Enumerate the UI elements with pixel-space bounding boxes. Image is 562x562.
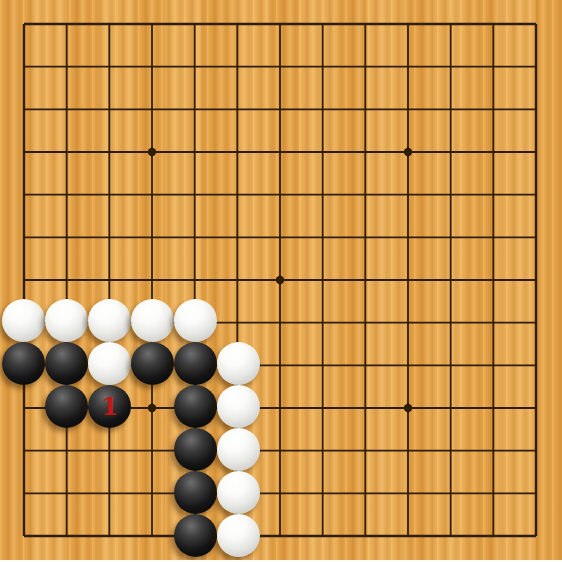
intersection[interactable] bbox=[303, 87, 345, 129]
intersection[interactable] bbox=[515, 214, 557, 256]
intersection[interactable] bbox=[217, 129, 260, 171]
intersection[interactable] bbox=[2, 299, 45, 342]
intersection[interactable] bbox=[345, 45, 387, 87]
intersection[interactable] bbox=[2, 45, 45, 87]
intersection[interactable] bbox=[260, 214, 302, 256]
intersection[interactable] bbox=[430, 129, 472, 171]
intersection[interactable] bbox=[472, 428, 514, 471]
intersection[interactable] bbox=[88, 471, 131, 514]
intersection[interactable] bbox=[345, 87, 387, 129]
intersection[interactable] bbox=[45, 471, 88, 514]
move-number-label: 1 bbox=[88, 385, 131, 428]
intersection[interactable] bbox=[515, 172, 557, 214]
intersection[interactable] bbox=[88, 299, 131, 342]
intersection[interactable] bbox=[260, 129, 302, 171]
intersection[interactable] bbox=[472, 257, 514, 299]
intersection[interactable] bbox=[387, 45, 429, 87]
intersection[interactable] bbox=[2, 214, 45, 256]
intersection[interactable] bbox=[303, 299, 345, 342]
intersection[interactable] bbox=[45, 2, 88, 44]
white-stone bbox=[88, 299, 131, 342]
intersection[interactable] bbox=[387, 214, 429, 256]
intersection[interactable] bbox=[472, 514, 514, 557]
intersection[interactable] bbox=[472, 342, 514, 385]
intersection[interactable] bbox=[472, 172, 514, 214]
intersection[interactable] bbox=[303, 514, 345, 557]
intersection[interactable] bbox=[88, 514, 131, 557]
black-stone bbox=[45, 385, 88, 428]
intersection[interactable] bbox=[472, 471, 514, 514]
intersection[interactable] bbox=[131, 471, 174, 514]
intersection[interactable] bbox=[387, 129, 429, 171]
intersection[interactable] bbox=[430, 45, 472, 87]
intersection[interactable] bbox=[88, 428, 131, 471]
intersection[interactable] bbox=[45, 257, 88, 299]
intersection[interactable] bbox=[303, 257, 345, 299]
intersection[interactable] bbox=[430, 299, 472, 342]
intersection[interactable] bbox=[88, 214, 131, 256]
intersection[interactable] bbox=[131, 428, 174, 471]
intersection[interactable] bbox=[303, 45, 345, 87]
intersection[interactable] bbox=[88, 87, 131, 129]
intersection[interactable] bbox=[2, 2, 45, 44]
intersection[interactable] bbox=[88, 129, 131, 171]
intersection[interactable] bbox=[217, 299, 260, 342]
intersection[interactable] bbox=[472, 385, 514, 428]
intersection[interactable] bbox=[174, 172, 217, 214]
intersection[interactable] bbox=[430, 385, 472, 428]
intersection[interactable] bbox=[430, 172, 472, 214]
intersection[interactable] bbox=[45, 514, 88, 557]
intersection[interactable] bbox=[260, 172, 302, 214]
intersection[interactable] bbox=[430, 514, 472, 557]
intersection[interactable] bbox=[515, 257, 557, 299]
intersection[interactable] bbox=[515, 2, 557, 44]
intersection[interactable] bbox=[260, 257, 302, 299]
intersection[interactable] bbox=[345, 514, 387, 557]
intersection[interactable] bbox=[515, 385, 557, 428]
intersection[interactable] bbox=[131, 172, 174, 214]
intersection[interactable] bbox=[303, 2, 345, 44]
intersection[interactable] bbox=[430, 257, 472, 299]
white-stone bbox=[174, 299, 217, 342]
intersection[interactable] bbox=[217, 257, 260, 299]
intersection[interactable] bbox=[472, 45, 514, 87]
black-stone bbox=[174, 514, 217, 557]
intersection[interactable] bbox=[174, 257, 217, 299]
intersection[interactable] bbox=[345, 2, 387, 44]
intersection[interactable] bbox=[345, 257, 387, 299]
intersection[interactable] bbox=[217, 385, 260, 428]
intersection[interactable] bbox=[345, 342, 387, 385]
intersection[interactable] bbox=[303, 172, 345, 214]
intersection[interactable] bbox=[217, 45, 260, 87]
intersection[interactable] bbox=[2, 514, 45, 557]
intersection[interactable] bbox=[131, 299, 174, 342]
black-stone bbox=[45, 342, 88, 385]
intersection[interactable] bbox=[387, 172, 429, 214]
intersection[interactable] bbox=[45, 385, 88, 428]
intersection[interactable] bbox=[131, 214, 174, 256]
white-stone bbox=[217, 428, 260, 471]
intersection[interactable] bbox=[174, 428, 217, 471]
intersection[interactable] bbox=[217, 342, 260, 385]
intersection[interactable] bbox=[387, 342, 429, 385]
intersection[interactable] bbox=[174, 2, 217, 44]
intersection[interactable] bbox=[515, 471, 557, 514]
intersection[interactable] bbox=[472, 214, 514, 256]
black-stone bbox=[174, 342, 217, 385]
intersection[interactable] bbox=[515, 87, 557, 129]
intersection[interactable] bbox=[345, 385, 387, 428]
black-stone bbox=[2, 342, 45, 385]
white-stone bbox=[217, 514, 260, 557]
intersection[interactable] bbox=[387, 514, 429, 557]
white-stone bbox=[131, 299, 174, 342]
intersection[interactable] bbox=[88, 2, 131, 44]
white-stone bbox=[217, 342, 260, 385]
intersection[interactable] bbox=[217, 514, 260, 557]
intersection[interactable] bbox=[387, 471, 429, 514]
intersection[interactable] bbox=[174, 214, 217, 256]
intersection[interactable] bbox=[174, 87, 217, 129]
intersection[interactable] bbox=[2, 172, 45, 214]
intersection[interactable] bbox=[174, 129, 217, 171]
intersection[interactable] bbox=[345, 299, 387, 342]
intersection[interactable] bbox=[2, 471, 45, 514]
intersection[interactable] bbox=[345, 428, 387, 471]
intersection[interactable] bbox=[430, 87, 472, 129]
intersection[interactable] bbox=[2, 342, 45, 385]
intersection[interactable] bbox=[387, 2, 429, 44]
intersection[interactable] bbox=[2, 257, 45, 299]
intersection[interactable] bbox=[260, 87, 302, 129]
intersection[interactable] bbox=[88, 45, 131, 87]
intersection[interactable] bbox=[387, 428, 429, 471]
intersection[interactable] bbox=[345, 172, 387, 214]
intersection[interactable] bbox=[2, 428, 45, 471]
intersection[interactable] bbox=[217, 471, 260, 514]
intersection[interactable] bbox=[260, 299, 302, 342]
intersection[interactable] bbox=[45, 428, 88, 471]
intersection[interactable] bbox=[515, 299, 557, 342]
intersection[interactable] bbox=[217, 2, 260, 44]
intersection[interactable] bbox=[260, 514, 302, 557]
intersection[interactable] bbox=[45, 45, 88, 87]
intersection[interactable] bbox=[430, 342, 472, 385]
intersection[interactable] bbox=[472, 2, 514, 44]
intersection[interactable] bbox=[260, 45, 302, 87]
intersection[interactable] bbox=[174, 471, 217, 514]
white-stone bbox=[88, 342, 131, 385]
intersection[interactable] bbox=[345, 471, 387, 514]
intersection[interactable] bbox=[217, 214, 260, 256]
black-stone: 1 bbox=[88, 385, 131, 428]
intersection[interactable] bbox=[217, 172, 260, 214]
intersection[interactable] bbox=[303, 342, 345, 385]
intersection[interactable] bbox=[472, 129, 514, 171]
intersection[interactable] bbox=[430, 471, 472, 514]
intersection[interactable] bbox=[131, 342, 174, 385]
intersection[interactable] bbox=[88, 342, 131, 385]
intersection[interactable] bbox=[472, 299, 514, 342]
intersection[interactable] bbox=[174, 45, 217, 87]
intersection[interactable] bbox=[515, 129, 557, 171]
intersection[interactable] bbox=[430, 428, 472, 471]
intersection[interactable] bbox=[260, 342, 302, 385]
white-stone bbox=[45, 299, 88, 342]
intersection[interactable] bbox=[515, 428, 557, 471]
intersection[interactable] bbox=[260, 471, 302, 514]
intersection[interactable] bbox=[217, 428, 260, 471]
intersection[interactable] bbox=[131, 514, 174, 557]
intersection[interactable] bbox=[131, 129, 174, 171]
go-board: 1 bbox=[0, 0, 562, 562]
intersection[interactable] bbox=[131, 385, 174, 428]
intersection[interactable] bbox=[174, 342, 217, 385]
intersection[interactable] bbox=[174, 385, 217, 428]
white-stone bbox=[2, 299, 45, 342]
intersection[interactable] bbox=[303, 428, 345, 471]
intersection[interactable] bbox=[131, 87, 174, 129]
intersection[interactable] bbox=[430, 214, 472, 256]
intersection[interactable] bbox=[88, 257, 131, 299]
black-stone bbox=[174, 385, 217, 428]
intersection[interactable] bbox=[45, 342, 88, 385]
intersection[interactable] bbox=[45, 129, 88, 171]
intersection[interactable] bbox=[2, 87, 45, 129]
intersection[interactable] bbox=[472, 87, 514, 129]
white-stone bbox=[217, 471, 260, 514]
intersection[interactable] bbox=[515, 45, 557, 87]
intersection[interactable] bbox=[131, 257, 174, 299]
intersection[interactable] bbox=[387, 299, 429, 342]
intersection[interactable] bbox=[303, 214, 345, 256]
intersection[interactable] bbox=[45, 214, 88, 256]
intersection[interactable] bbox=[217, 87, 260, 129]
intersection[interactable] bbox=[430, 2, 472, 44]
intersection[interactable] bbox=[45, 87, 88, 129]
intersection[interactable] bbox=[174, 299, 217, 342]
black-stone bbox=[131, 342, 174, 385]
intersection[interactable] bbox=[303, 385, 345, 428]
intersection[interactable] bbox=[260, 428, 302, 471]
black-stone bbox=[174, 428, 217, 471]
intersection[interactable] bbox=[387, 257, 429, 299]
intersection[interactable] bbox=[2, 129, 45, 171]
intersection[interactable] bbox=[387, 385, 429, 428]
intersection[interactable]: 1 bbox=[88, 385, 131, 428]
intersection[interactable] bbox=[2, 385, 45, 428]
intersection[interactable] bbox=[345, 214, 387, 256]
black-stone bbox=[174, 471, 217, 514]
intersection[interactable] bbox=[515, 514, 557, 557]
intersection[interactable] bbox=[174, 514, 217, 557]
board-grid: 1 bbox=[2, 2, 557, 557]
intersection[interactable] bbox=[45, 172, 88, 214]
intersection[interactable] bbox=[131, 45, 174, 87]
intersection[interactable] bbox=[303, 129, 345, 171]
intersection[interactable] bbox=[131, 2, 174, 44]
intersection[interactable] bbox=[303, 471, 345, 514]
intersection[interactable] bbox=[88, 172, 131, 214]
intersection[interactable] bbox=[260, 2, 302, 44]
white-stone bbox=[217, 385, 260, 428]
intersection[interactable] bbox=[515, 342, 557, 385]
intersection[interactable] bbox=[260, 385, 302, 428]
intersection[interactable] bbox=[345, 129, 387, 171]
intersection[interactable] bbox=[387, 87, 429, 129]
intersection[interactable] bbox=[45, 299, 88, 342]
